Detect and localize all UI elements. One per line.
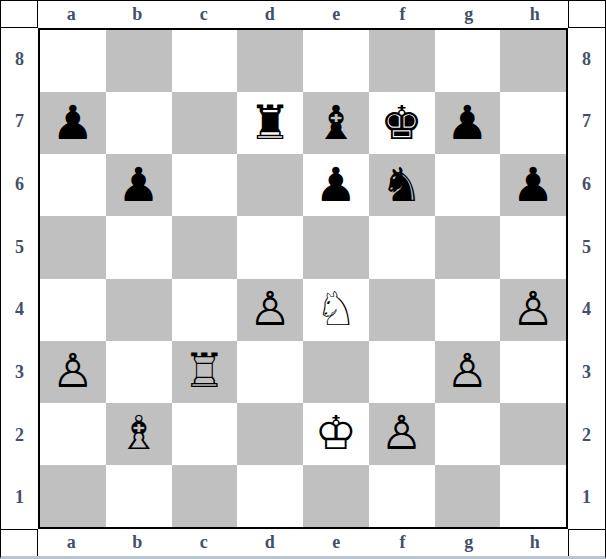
square-d1[interactable]	[237, 465, 303, 527]
square-c8[interactable]	[172, 30, 238, 92]
rank-label-8: 8	[1, 28, 38, 91]
square-d6[interactable]	[237, 154, 303, 216]
square-f8[interactable]	[369, 30, 435, 92]
rank-label-5: 5	[1, 216, 38, 279]
square-b5[interactable]	[106, 216, 172, 278]
corner-box-top-left	[1, 1, 38, 28]
rank-label-4: 4	[1, 279, 38, 342]
square-g6[interactable]	[435, 154, 501, 216]
rank-label-7: 7	[1, 91, 38, 154]
square-f5[interactable]	[369, 216, 435, 278]
square-d5[interactable]	[237, 216, 303, 278]
piece-white-pawn: ♙	[446, 347, 488, 394]
board-middle-band: 87654321 ♟♜♝♚♟♟♟♞♟♙♘♙♙♖♙♗♔♙ 87654321	[1, 28, 605, 529]
square-a2[interactable]	[40, 403, 106, 465]
square-d7[interactable]: ♜	[237, 92, 303, 154]
file-label-d: d	[237, 1, 303, 28]
square-e5[interactable]	[303, 216, 369, 278]
square-d8[interactable]	[237, 30, 303, 92]
square-g7[interactable]: ♟	[435, 92, 501, 154]
square-g4[interactable]	[435, 279, 501, 341]
rank-label-3: 3	[1, 341, 38, 404]
file-label-b: b	[104, 529, 170, 556]
square-h4[interactable]: ♙	[500, 279, 566, 341]
square-d3[interactable]	[237, 341, 303, 403]
square-h7[interactable]	[500, 92, 566, 154]
file-labels-bottom: abcdefgh	[1, 529, 605, 556]
corner-box-bottom-right	[568, 529, 605, 556]
square-b6[interactable]: ♟	[106, 154, 172, 216]
file-label-e: e	[303, 529, 369, 556]
rank-label-7: 7	[568, 91, 605, 154]
square-b1[interactable]	[106, 465, 172, 527]
rank-label-2: 2	[1, 404, 38, 467]
file-label-f: f	[369, 529, 435, 556]
piece-black-pawn: ♟	[446, 99, 488, 146]
piece-black-king: ♚	[381, 99, 423, 146]
file-label-g: g	[436, 529, 502, 556]
square-a3[interactable]: ♙	[40, 341, 106, 403]
piece-white-rook: ♖	[183, 347, 225, 394]
rank-labels-left: 87654321	[1, 28, 38, 529]
piece-black-pawn: ♟	[52, 99, 94, 146]
rank-labels-right: 87654321	[568, 28, 605, 529]
square-h8[interactable]	[500, 30, 566, 92]
rank-label-2: 2	[568, 404, 605, 467]
square-e3[interactable]	[303, 341, 369, 403]
piece-white-bishop: ♗	[118, 409, 160, 456]
piece-white-king: ♔	[315, 409, 357, 456]
square-e7[interactable]: ♝	[303, 92, 369, 154]
square-f7[interactable]: ♚	[369, 92, 435, 154]
file-label-g: g	[436, 1, 502, 28]
rank-label-4: 4	[568, 279, 605, 342]
piece-white-pawn: ♙	[249, 285, 291, 332]
square-c3[interactable]: ♖	[172, 341, 238, 403]
square-b8[interactable]	[106, 30, 172, 92]
piece-black-pawn: ♟	[118, 161, 160, 208]
square-b2[interactable]: ♗	[106, 403, 172, 465]
corner-box-top-right	[568, 1, 605, 28]
square-a4[interactable]	[40, 279, 106, 341]
square-e6[interactable]: ♟	[303, 154, 369, 216]
square-h5[interactable]	[500, 216, 566, 278]
square-g3[interactable]: ♙	[435, 341, 501, 403]
square-a1[interactable]	[40, 465, 106, 527]
rank-label-1: 1	[1, 466, 38, 529]
rank-label-3: 3	[568, 341, 605, 404]
file-label-d: d	[237, 529, 303, 556]
square-c7[interactable]	[172, 92, 238, 154]
square-g5[interactable]	[435, 216, 501, 278]
piece-white-knight: ♘	[315, 285, 357, 332]
square-f1[interactable]	[369, 465, 435, 527]
square-f6[interactable]: ♞	[369, 154, 435, 216]
square-e4[interactable]: ♘	[303, 279, 369, 341]
rank-label-1: 1	[568, 466, 605, 529]
piece-white-pawn: ♙	[52, 347, 94, 394]
square-f3[interactable]	[369, 341, 435, 403]
rank-label-5: 5	[568, 216, 605, 279]
square-d2[interactable]	[237, 403, 303, 465]
square-h3[interactable]	[500, 341, 566, 403]
chess-diagram-frame: abcdefgh 87654321 ♟♜♝♚♟♟♟♞♟♙♘♙♙♖♙♗♔♙ 876…	[0, 0, 606, 559]
piece-black-knight: ♞	[381, 161, 423, 208]
square-e1[interactable]	[303, 465, 369, 527]
square-g1[interactable]	[435, 465, 501, 527]
corner-box-bottom-left	[1, 529, 38, 556]
chess-board: ♟♜♝♚♟♟♟♞♟♙♘♙♙♖♙♗♔♙	[38, 28, 568, 529]
rank-label-6: 6	[1, 153, 38, 216]
file-labels-top: abcdefgh	[1, 1, 605, 28]
square-e8[interactable]	[303, 30, 369, 92]
square-h2[interactable]	[500, 403, 566, 465]
square-f4[interactable]	[369, 279, 435, 341]
rank-label-6: 6	[568, 153, 605, 216]
piece-black-bishop: ♝	[315, 99, 357, 146]
file-label-f: f	[369, 1, 435, 28]
square-a5[interactable]	[40, 216, 106, 278]
square-h1[interactable]	[500, 465, 566, 527]
square-b4[interactable]	[106, 279, 172, 341]
square-c6[interactable]	[172, 154, 238, 216]
piece-black-pawn: ♟	[512, 161, 554, 208]
square-d4[interactable]: ♙	[237, 279, 303, 341]
piece-white-pawn: ♙	[381, 409, 423, 456]
file-label-a: a	[38, 529, 104, 556]
rank-label-8: 8	[568, 28, 605, 91]
square-c4[interactable]	[172, 279, 238, 341]
square-g8[interactable]	[435, 30, 501, 92]
square-f2[interactable]: ♙	[369, 403, 435, 465]
square-h6[interactable]: ♟	[500, 154, 566, 216]
square-g2[interactable]	[435, 403, 501, 465]
square-a8[interactable]	[40, 30, 106, 92]
file-label-b: b	[104, 1, 170, 28]
file-label-c: c	[171, 1, 237, 28]
file-label-h: h	[502, 529, 568, 556]
piece-white-pawn: ♙	[512, 285, 554, 332]
square-a7[interactable]: ♟	[40, 92, 106, 154]
file-label-h: h	[502, 1, 568, 28]
piece-black-pawn: ♟	[315, 161, 357, 208]
square-e2[interactable]: ♔	[303, 403, 369, 465]
square-c1[interactable]	[172, 465, 238, 527]
piece-black-rook: ♜	[249, 99, 291, 146]
square-a6[interactable]	[40, 154, 106, 216]
file-label-c: c	[171, 529, 237, 556]
file-label-a: a	[38, 1, 104, 28]
square-b7[interactable]	[106, 92, 172, 154]
square-c5[interactable]	[172, 216, 238, 278]
square-b3[interactable]	[106, 341, 172, 403]
file-label-e: e	[303, 1, 369, 28]
square-c2[interactable]	[172, 403, 238, 465]
